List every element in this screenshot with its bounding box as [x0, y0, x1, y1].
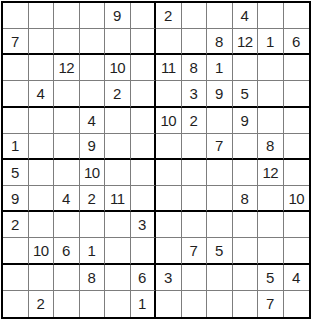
- empty-cell[interactable]: [54, 134, 80, 160]
- given-cell: 6: [284, 29, 310, 55]
- empty-cell[interactable]: [156, 29, 182, 55]
- empty-cell[interactable]: [131, 160, 157, 186]
- empty-cell[interactable]: [284, 3, 310, 29]
- empty-cell[interactable]: [182, 29, 208, 55]
- empty-cell[interactable]: [233, 291, 259, 317]
- given-cell: 2: [80, 186, 106, 212]
- empty-cell[interactable]: [54, 212, 80, 238]
- empty-cell[interactable]: [182, 3, 208, 29]
- empty-cell[interactable]: [258, 238, 284, 264]
- given-cell: 10: [284, 186, 310, 212]
- empty-cell[interactable]: [156, 238, 182, 264]
- empty-cell[interactable]: [182, 265, 208, 291]
- given-cell: 2: [29, 291, 55, 317]
- empty-cell[interactable]: [156, 160, 182, 186]
- empty-cell[interactable]: [258, 212, 284, 238]
- empty-cell[interactable]: [233, 55, 259, 81]
- sudoku-board: 9247812161210118142395410291978510129421…: [1, 1, 311, 319]
- empty-cell[interactable]: [156, 81, 182, 107]
- empty-cell[interactable]: [258, 81, 284, 107]
- empty-cell[interactable]: [284, 212, 310, 238]
- empty-cell[interactable]: [131, 238, 157, 264]
- empty-cell[interactable]: [29, 55, 55, 81]
- given-cell: 7: [207, 134, 233, 160]
- empty-cell[interactable]: [207, 3, 233, 29]
- given-cell: 8: [80, 265, 106, 291]
- empty-cell[interactable]: [3, 55, 29, 81]
- empty-cell[interactable]: [284, 160, 310, 186]
- empty-cell[interactable]: [233, 160, 259, 186]
- empty-cell[interactable]: [258, 55, 284, 81]
- empty-cell[interactable]: [54, 3, 80, 29]
- empty-cell[interactable]: [156, 186, 182, 212]
- empty-cell[interactable]: [182, 134, 208, 160]
- given-cell: 2: [3, 212, 29, 238]
- empty-cell[interactable]: [80, 81, 106, 107]
- empty-cell[interactable]: [182, 291, 208, 317]
- given-cell: 1: [3, 134, 29, 160]
- empty-cell[interactable]: [284, 108, 310, 134]
- given-cell: 2: [156, 3, 182, 29]
- empty-cell[interactable]: [207, 160, 233, 186]
- given-cell: 12: [233, 29, 259, 55]
- empty-cell[interactable]: [3, 291, 29, 317]
- empty-cell[interactable]: [207, 265, 233, 291]
- empty-cell[interactable]: [284, 134, 310, 160]
- empty-cell[interactable]: [207, 212, 233, 238]
- empty-cell[interactable]: [29, 265, 55, 291]
- given-cell: 10: [105, 55, 131, 81]
- empty-cell[interactable]: [54, 160, 80, 186]
- given-cell: 8: [258, 134, 284, 160]
- empty-cell[interactable]: [131, 29, 157, 55]
- empty-cell[interactable]: [131, 81, 157, 107]
- given-cell: 1: [131, 291, 157, 317]
- empty-cell[interactable]: [131, 55, 157, 81]
- given-cell: 8: [182, 55, 208, 81]
- given-cell: 5: [233, 81, 259, 107]
- empty-cell[interactable]: [156, 134, 182, 160]
- empty-cell[interactable]: [233, 265, 259, 291]
- empty-cell[interactable]: [105, 108, 131, 134]
- empty-cell[interactable]: [284, 291, 310, 317]
- given-cell: 5: [258, 265, 284, 291]
- given-cell: 8: [233, 186, 259, 212]
- given-cell: 9: [105, 3, 131, 29]
- given-cell: 2: [105, 81, 131, 107]
- given-cell: 4: [54, 186, 80, 212]
- given-cell: 3: [182, 81, 208, 107]
- given-cell: 7: [258, 291, 284, 317]
- given-cell: 4: [29, 81, 55, 107]
- given-cell: 8: [207, 29, 233, 55]
- empty-cell[interactable]: [3, 3, 29, 29]
- empty-cell[interactable]: [29, 29, 55, 55]
- given-cell: 9: [233, 108, 259, 134]
- empty-cell[interactable]: [105, 265, 131, 291]
- empty-cell[interactable]: [3, 238, 29, 264]
- empty-cell[interactable]: [105, 212, 131, 238]
- given-cell: 9: [207, 81, 233, 107]
- empty-cell[interactable]: [3, 265, 29, 291]
- given-cell: 1: [207, 55, 233, 81]
- empty-cell[interactable]: [54, 29, 80, 55]
- empty-cell[interactable]: [156, 291, 182, 317]
- given-cell: 11: [105, 186, 131, 212]
- empty-cell[interactable]: [258, 186, 284, 212]
- empty-cell[interactable]: [29, 108, 55, 134]
- given-cell: 10: [156, 108, 182, 134]
- empty-cell[interactable]: [105, 29, 131, 55]
- empty-cell[interactable]: [284, 55, 310, 81]
- empty-cell[interactable]: [29, 134, 55, 160]
- given-cell: 7: [3, 29, 29, 55]
- empty-cell[interactable]: [105, 291, 131, 317]
- given-cell: 3: [131, 212, 157, 238]
- empty-cell[interactable]: [29, 3, 55, 29]
- empty-cell[interactable]: [131, 3, 157, 29]
- given-cell: 4: [284, 265, 310, 291]
- given-cell: 6: [131, 265, 157, 291]
- empty-cell[interactable]: [182, 160, 208, 186]
- given-cell: 11: [156, 55, 182, 81]
- given-cell: 5: [3, 160, 29, 186]
- empty-cell[interactable]: [156, 212, 182, 238]
- empty-cell[interactable]: [131, 108, 157, 134]
- empty-cell[interactable]: [131, 186, 157, 212]
- empty-cell[interactable]: [80, 291, 106, 317]
- empty-cell[interactable]: [131, 134, 157, 160]
- empty-cell[interactable]: [284, 238, 310, 264]
- empty-cell[interactable]: [182, 212, 208, 238]
- empty-cell[interactable]: [284, 81, 310, 107]
- empty-cell[interactable]: [54, 291, 80, 317]
- empty-cell[interactable]: [207, 186, 233, 212]
- empty-cell[interactable]: [54, 265, 80, 291]
- given-cell: 12: [258, 160, 284, 186]
- empty-cell[interactable]: [29, 186, 55, 212]
- empty-cell[interactable]: [258, 108, 284, 134]
- given-cell: 6: [54, 238, 80, 264]
- empty-cell[interactable]: [29, 212, 55, 238]
- given-cell: 3: [156, 265, 182, 291]
- empty-cell[interactable]: [207, 291, 233, 317]
- given-cell: 12: [54, 55, 80, 81]
- given-cell: 1: [258, 29, 284, 55]
- empty-cell[interactable]: [182, 186, 208, 212]
- empty-cell[interactable]: [54, 108, 80, 134]
- given-cell: 4: [233, 3, 259, 29]
- given-cell: 7: [182, 238, 208, 264]
- empty-cell[interactable]: [105, 160, 131, 186]
- empty-cell[interactable]: [3, 108, 29, 134]
- given-cell: 4: [80, 108, 106, 134]
- given-cell: 5: [207, 238, 233, 264]
- empty-cell[interactable]: [105, 134, 131, 160]
- empty-cell[interactable]: [80, 212, 106, 238]
- given-cell: 1: [80, 238, 106, 264]
- empty-cell[interactable]: [54, 81, 80, 107]
- empty-cell[interactable]: [207, 108, 233, 134]
- given-cell: 10: [80, 160, 106, 186]
- empty-cell[interactable]: [80, 3, 106, 29]
- empty-cell[interactable]: [233, 238, 259, 264]
- empty-cell[interactable]: [80, 29, 106, 55]
- empty-cell[interactable]: [105, 238, 131, 264]
- empty-cell[interactable]: [29, 160, 55, 186]
- empty-cell[interactable]: [258, 3, 284, 29]
- empty-cell[interactable]: [3, 81, 29, 107]
- empty-cell[interactable]: [233, 212, 259, 238]
- given-cell: 9: [3, 186, 29, 212]
- empty-cell[interactable]: [233, 134, 259, 160]
- given-cell: 10: [29, 238, 55, 264]
- empty-cell[interactable]: [80, 55, 106, 81]
- given-cell: 9: [80, 134, 106, 160]
- given-cell: 2: [182, 108, 208, 134]
